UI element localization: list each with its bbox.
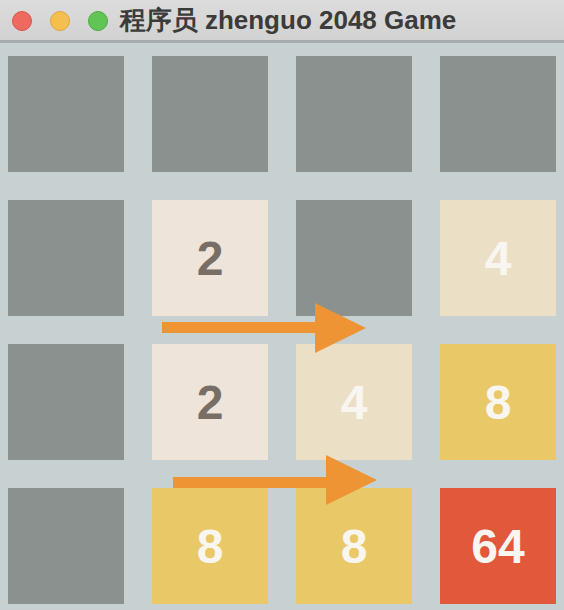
tile-8-r3c2: 8 bbox=[296, 488, 412, 604]
tile-2-r1c1: 2 bbox=[152, 200, 268, 316]
title-bar[interactable]: 程序员 zhenguo 2048 Game bbox=[0, 0, 564, 43]
tile-4-r1c3: 4 bbox=[440, 200, 556, 316]
arrow-head-icon bbox=[326, 455, 377, 505]
window-title: 程序员 zhenguo 2048 Game bbox=[0, 0, 564, 40]
empty-cell-r0c3 bbox=[440, 56, 556, 172]
empty-cell-r0c0 bbox=[8, 56, 124, 172]
tile-2-r2c1: 2 bbox=[152, 344, 268, 460]
empty-cell-r1c2 bbox=[296, 200, 412, 316]
app-window: 程序员 zhenguo 2048 Game 242488864 bbox=[0, 0, 564, 610]
empty-cell-r1c0 bbox=[8, 200, 124, 316]
empty-cell-r0c1 bbox=[152, 56, 268, 172]
tile-4-r2c2: 4 bbox=[296, 344, 412, 460]
tile-64-r3c3: 64 bbox=[440, 488, 556, 604]
tile-8-r3c1: 8 bbox=[152, 488, 268, 604]
arrow-shaft bbox=[173, 477, 331, 488]
empty-cell-r2c0 bbox=[8, 344, 124, 460]
arrow-head-icon bbox=[315, 303, 366, 353]
tile-8-r2c3: 8 bbox=[440, 344, 556, 460]
arrow-shaft bbox=[162, 322, 320, 333]
empty-cell-r0c2 bbox=[296, 56, 412, 172]
empty-cell-r3c0 bbox=[8, 488, 124, 604]
